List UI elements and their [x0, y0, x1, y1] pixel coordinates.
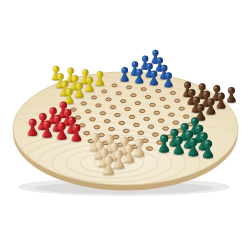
peg-head — [125, 144, 133, 152]
board-hole — [110, 106, 116, 109]
peg-head — [213, 85, 220, 92]
board-hole — [133, 123, 139, 126]
peg-head — [68, 116, 76, 124]
board-hole — [129, 115, 135, 118]
peg-head — [29, 119, 37, 127]
board-hole — [145, 95, 150, 98]
peg-head — [170, 129, 178, 137]
peg-head — [57, 73, 64, 80]
peg-highlight — [192, 119, 195, 121]
peg-highlight — [198, 105, 201, 107]
peg-head — [199, 83, 206, 90]
peg-base-rim — [150, 84, 158, 86]
peg-highlight — [194, 98, 197, 100]
peg-highlight — [101, 150, 104, 153]
peg-head — [132, 61, 139, 68]
peg-highlight — [74, 125, 77, 127]
peg-highlight — [147, 64, 149, 66]
peg-head — [200, 132, 208, 140]
board-hole — [106, 98, 111, 101]
peg-head — [100, 148, 109, 157]
peg-head — [203, 91, 210, 98]
peg-highlight — [158, 58, 160, 60]
peg-highlight — [143, 57, 145, 59]
peg-base-rim — [75, 96, 83, 98]
peg-highlight — [152, 72, 154, 74]
peg-head — [72, 124, 80, 132]
peg-head — [49, 107, 57, 115]
peg-highlight — [122, 138, 125, 141]
peg-head — [39, 113, 47, 121]
peg-head — [110, 143, 118, 151]
board-hole — [125, 108, 131, 111]
board-hole — [150, 103, 156, 106]
peg-head — [53, 66, 60, 73]
peg-highlight — [162, 66, 164, 68]
peg-highlight — [219, 94, 222, 96]
peg-highlight — [182, 124, 185, 126]
peg-base-rim — [124, 161, 134, 163]
peg-highlight — [51, 108, 54, 110]
board-hole — [175, 99, 181, 102]
peg-head — [175, 136, 183, 144]
peg-head — [142, 56, 148, 62]
peg-base-rim — [160, 151, 169, 153]
board-hole — [135, 102, 141, 105]
board-hole — [115, 113, 121, 116]
peg-head — [76, 82, 83, 89]
peg-head — [195, 125, 203, 133]
peg-head — [121, 67, 128, 74]
peg-head — [66, 88, 73, 95]
peg-head — [160, 135, 168, 143]
product-photo — [0, 0, 250, 250]
peg-highlight — [197, 126, 200, 128]
board-hole — [71, 108, 77, 111]
board-hole — [170, 91, 175, 94]
peg-base-rim — [135, 155, 144, 157]
peg-highlight — [30, 120, 33, 122]
peg-head — [72, 75, 79, 82]
peg-highlight — [93, 135, 96, 138]
board-hole — [126, 86, 131, 89]
peg-highlight — [98, 72, 100, 74]
peg-head — [43, 120, 51, 128]
peg-base-rim — [227, 101, 235, 103]
peg-highlight — [67, 89, 70, 91]
peg-head — [106, 135, 114, 143]
peg-head — [60, 101, 67, 108]
board-hole — [179, 107, 185, 110]
peg-highlight — [166, 73, 168, 75]
peg-highlight — [65, 110, 68, 112]
board-hole — [146, 147, 152, 151]
peg-highlight — [59, 124, 62, 126]
peg-head — [207, 98, 214, 105]
peg-base-rim — [174, 152, 183, 154]
peg-highlight — [186, 132, 189, 135]
peg-highlight — [122, 68, 124, 70]
peg-highlight — [200, 85, 202, 87]
peg-highlight — [204, 92, 207, 94]
peg-highlight — [137, 70, 139, 72]
peg-highlight — [112, 144, 115, 147]
board-hole — [109, 127, 115, 130]
peg-base-rim — [72, 139, 81, 141]
peg-head — [185, 131, 193, 139]
peg-head — [91, 133, 99, 141]
board-hole — [163, 127, 169, 130]
peg-base-rim — [28, 134, 37, 136]
board-hole — [164, 105, 170, 108]
board-hole — [173, 121, 179, 124]
peg-head — [184, 82, 191, 89]
peg-head — [165, 72, 172, 79]
peg-base-rim — [43, 136, 52, 138]
peg-highlight — [40, 114, 43, 116]
peg-base-rim — [114, 167, 124, 169]
peg-highlight — [45, 122, 48, 124]
peg-base-rim — [136, 82, 144, 84]
peg-highlight — [208, 100, 211, 102]
board-hole — [123, 129, 129, 132]
peg-head — [197, 104, 205, 112]
peg-head — [61, 81, 68, 88]
board-hole — [119, 121, 125, 124]
peg-head — [146, 63, 153, 70]
board-hole — [138, 131, 144, 134]
peg-highlight — [201, 134, 204, 137]
peg-highlight — [61, 103, 64, 105]
peg-head — [96, 141, 104, 149]
peg-highlight — [229, 88, 232, 90]
board-hole — [131, 94, 136, 97]
peg-head — [104, 156, 113, 165]
peg-brown — [226, 87, 237, 104]
peg-highlight — [153, 51, 155, 53]
peg-head — [189, 138, 197, 146]
peg-head — [193, 97, 200, 104]
peg-highlight — [172, 130, 175, 133]
board-hole — [156, 90, 161, 93]
board-hole — [104, 120, 110, 123]
peg-head — [157, 57, 163, 63]
peg-highlight — [68, 69, 70, 71]
peg-head — [82, 69, 89, 76]
peg-base-rim — [86, 90, 94, 92]
board-hole — [81, 102, 87, 105]
peg-highlight — [69, 118, 72, 120]
peg-highlight — [58, 74, 60, 76]
peg-base-rim — [189, 154, 198, 156]
peg-base-rim — [203, 156, 212, 158]
peg-base-rim — [165, 86, 173, 88]
board-hole — [102, 90, 107, 93]
board-hole — [100, 112, 106, 115]
peg-highlight — [126, 146, 129, 149]
peg-highlight — [107, 136, 110, 139]
peg-base-rim — [104, 173, 114, 175]
peg-head — [152, 50, 158, 56]
board-hole — [158, 119, 164, 122]
board-hole — [120, 100, 126, 103]
peg-highlight — [106, 157, 109, 160]
peg-head — [218, 93, 225, 100]
peg-head — [191, 117, 199, 125]
board-hole — [169, 113, 175, 116]
peg-head — [135, 139, 143, 147]
peg-highlight — [77, 84, 79, 86]
peg-highlight — [137, 140, 140, 143]
peg-head — [188, 89, 195, 96]
chinese-checkers-board — [0, 0, 250, 250]
peg-head — [121, 137, 129, 145]
board-hole — [112, 84, 117, 87]
peg-head — [54, 115, 62, 123]
peg-highlight — [133, 62, 135, 64]
peg-base-rim — [57, 138, 66, 140]
peg-head — [204, 140, 212, 148]
peg-head — [86, 77, 93, 84]
board-hole — [148, 125, 154, 128]
peg-highlight — [116, 151, 119, 154]
peg-head — [58, 122, 66, 130]
peg-head — [228, 87, 235, 94]
board-hole — [84, 131, 90, 135]
board-hole — [152, 133, 158, 137]
peg-head — [181, 123, 189, 131]
peg-head — [161, 65, 168, 72]
board-hole — [160, 97, 165, 100]
peg-highlight — [62, 82, 64, 84]
peg-highlight — [161, 136, 164, 139]
peg-head — [64, 109, 72, 117]
peg-highlight — [87, 78, 89, 80]
board-hole — [141, 88, 146, 91]
peg-highlight — [54, 67, 56, 69]
board-hole — [144, 117, 150, 120]
peg-base-rim — [96, 84, 104, 86]
peg-head — [151, 71, 158, 78]
peg-highlight — [55, 116, 58, 118]
board-hole — [139, 109, 145, 112]
board-hole — [96, 104, 102, 107]
peg-highlight — [205, 141, 208, 144]
board-hole — [94, 125, 100, 128]
peg-head — [115, 150, 124, 159]
peg-base-rim — [121, 80, 129, 82]
peg-head — [136, 69, 143, 76]
board-hole — [85, 110, 91, 113]
board-hole — [154, 111, 160, 114]
peg-highlight — [176, 138, 179, 141]
board-hole — [91, 96, 96, 99]
peg-base-rim — [217, 107, 225, 109]
board-hole — [116, 92, 121, 95]
peg-head — [96, 71, 103, 78]
peg-highlight — [73, 76, 75, 78]
peg-highlight — [190, 90, 193, 92]
board-hole — [90, 118, 96, 121]
peg-highlight — [214, 86, 216, 88]
peg-highlight — [83, 70, 85, 72]
peg-base-rim — [207, 113, 215, 115]
peg-head — [67, 67, 74, 74]
peg-highlight — [97, 142, 100, 145]
peg-highlight — [191, 139, 194, 142]
board-hole — [183, 115, 189, 118]
peg-highlight — [185, 83, 187, 85]
